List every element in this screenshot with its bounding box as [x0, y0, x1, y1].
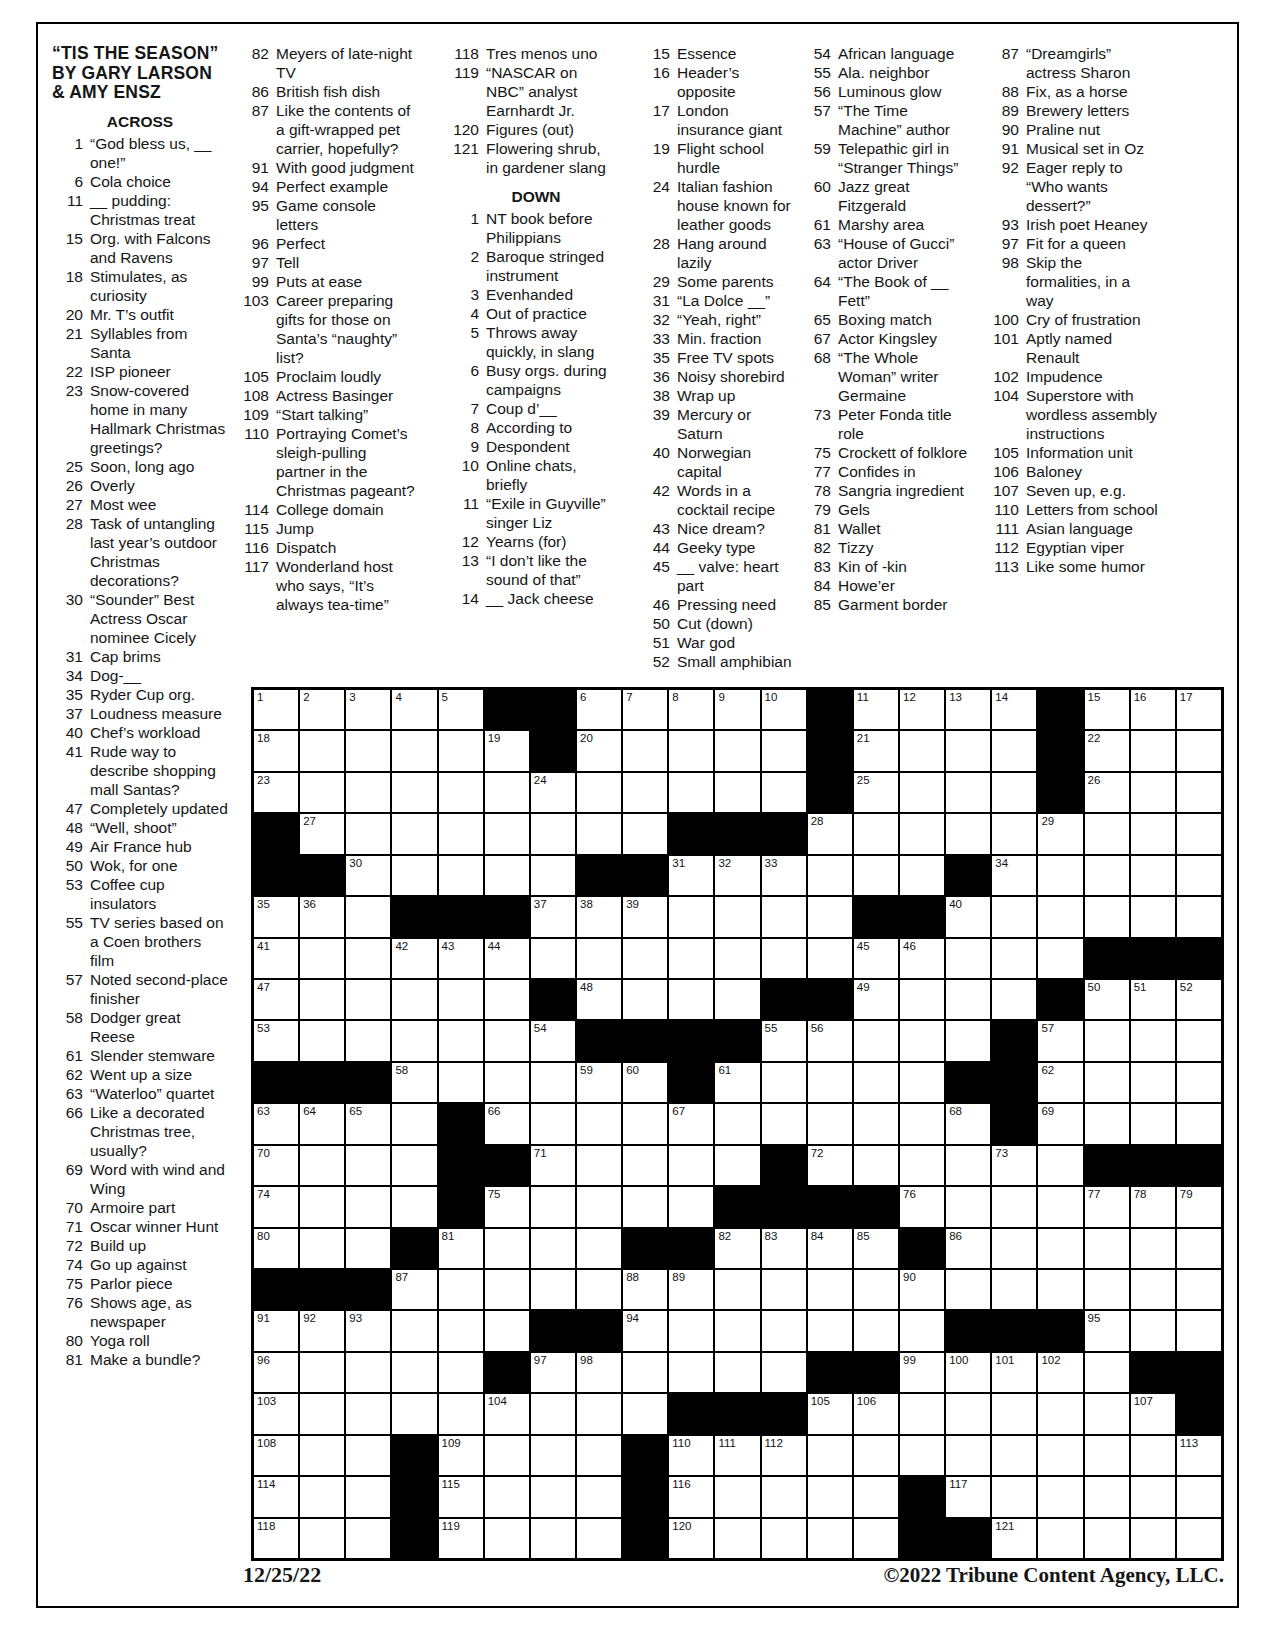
cell-r8c16[interactable]: [946, 980, 990, 1019]
cell-r2c21[interactable]: [1177, 731, 1221, 770]
cell-r21c12[interactable]: [762, 1519, 806, 1558]
cell-r19c2[interactable]: [300, 1436, 344, 1475]
cell-r18c3[interactable]: [346, 1394, 390, 1433]
cell-r19c3[interactable]: [346, 1436, 390, 1475]
cell-r4c15[interactable]: [900, 814, 944, 853]
cell-r12c9[interactable]: [623, 1146, 667, 1185]
cell-r10c21[interactable]: [1177, 1063, 1221, 1102]
cell-r11c18[interactable]: 69: [1038, 1104, 1082, 1143]
cell-r11c3[interactable]: 65: [346, 1104, 390, 1143]
cell-r19c21[interactable]: 113: [1177, 1436, 1221, 1475]
cell-r18c17[interactable]: [992, 1394, 1036, 1433]
cell-r3c14[interactable]: 25: [854, 773, 898, 812]
cell-r9c16[interactable]: [946, 1021, 990, 1060]
cell-r5c17[interactable]: 34: [992, 856, 1036, 895]
cell-r20c5[interactable]: 115: [439, 1477, 483, 1516]
cell-r3c10[interactable]: [669, 773, 713, 812]
cell-r6c19[interactable]: [1085, 897, 1129, 936]
cell-r10c11[interactable]: 61: [715, 1063, 759, 1102]
cell-r3c17[interactable]: [992, 773, 1036, 812]
cell-r14c8[interactable]: [577, 1229, 621, 1268]
cell-r6c13[interactable]: [808, 897, 852, 936]
cell-r17c16[interactable]: 100: [946, 1353, 990, 1392]
cell-r1c3[interactable]: 3: [346, 690, 390, 729]
cell-r11c4[interactable]: [392, 1104, 436, 1143]
cell-r20c21[interactable]: [1177, 1477, 1221, 1516]
cell-r15c12[interactable]: [762, 1270, 806, 1309]
cell-r14c11[interactable]: 82: [715, 1229, 759, 1268]
cell-r2c2[interactable]: [300, 731, 344, 770]
cell-r19c19[interactable]: [1085, 1436, 1129, 1475]
cell-r20c6[interactable]: [485, 1477, 529, 1516]
cell-r19c5[interactable]: 109: [439, 1436, 483, 1475]
cell-r12c10[interactable]: [669, 1146, 713, 1185]
cell-r10c14[interactable]: [854, 1063, 898, 1102]
cell-r16c14[interactable]: [854, 1311, 898, 1350]
cell-r14c5[interactable]: 81: [439, 1229, 483, 1268]
cell-r20c13[interactable]: [808, 1477, 852, 1516]
cell-r18c1[interactable]: 103: [254, 1394, 298, 1433]
cell-r18c7[interactable]: [531, 1394, 575, 1433]
cell-r5c19[interactable]: [1085, 856, 1129, 895]
cell-r6c8[interactable]: 38: [577, 897, 621, 936]
cell-r21c11[interactable]: [715, 1519, 759, 1558]
cell-r12c15[interactable]: [900, 1146, 944, 1185]
cell-r11c19[interactable]: [1085, 1104, 1129, 1143]
cell-r1c5[interactable]: 5: [439, 690, 483, 729]
cell-r19c13[interactable]: [808, 1436, 852, 1475]
cell-r8c14[interactable]: 49: [854, 980, 898, 1019]
cell-r6c16[interactable]: 40: [946, 897, 990, 936]
cell-r18c4[interactable]: [392, 1394, 436, 1433]
cell-r12c16[interactable]: [946, 1146, 990, 1185]
cell-r6c11[interactable]: [715, 897, 759, 936]
cell-r17c17[interactable]: 101: [992, 1353, 1036, 1392]
cell-r14c19[interactable]: [1085, 1229, 1129, 1268]
cell-r17c3[interactable]: [346, 1353, 390, 1392]
cell-r20c3[interactable]: [346, 1477, 390, 1516]
cell-r14c1[interactable]: 80: [254, 1229, 298, 1268]
cell-r4c2[interactable]: 27: [300, 814, 344, 853]
cell-r15c14[interactable]: [854, 1270, 898, 1309]
cell-r12c17[interactable]: 73: [992, 1146, 1036, 1185]
cell-r7c10[interactable]: [669, 939, 713, 978]
cell-r7c8[interactable]: [577, 939, 621, 978]
cell-r7c9[interactable]: [623, 939, 667, 978]
cell-r14c16[interactable]: 86: [946, 1229, 990, 1268]
cell-r10c20[interactable]: [1131, 1063, 1175, 1102]
cell-r3c12[interactable]: [762, 773, 806, 812]
cell-r6c10[interactable]: [669, 897, 713, 936]
cell-r9c21[interactable]: [1177, 1021, 1221, 1060]
cell-r17c5[interactable]: [439, 1353, 483, 1392]
cell-r15c15[interactable]: 90: [900, 1270, 944, 1309]
cell-r2c16[interactable]: [946, 731, 990, 770]
cell-r21c1[interactable]: 118: [254, 1519, 298, 1558]
cell-r2c11[interactable]: [715, 731, 759, 770]
cell-r17c1[interactable]: 96: [254, 1353, 298, 1392]
cell-r20c11[interactable]: [715, 1477, 759, 1516]
cell-r21c6[interactable]: [485, 1519, 529, 1558]
cell-r3c6[interactable]: [485, 773, 529, 812]
cell-r20c12[interactable]: [762, 1477, 806, 1516]
cell-r4c14[interactable]: [854, 814, 898, 853]
cell-r11c9[interactable]: [623, 1104, 667, 1143]
cell-r8c20[interactable]: 51: [1131, 980, 1175, 1019]
cell-r1c10[interactable]: 8: [669, 690, 713, 729]
cell-r20c1[interactable]: 114: [254, 1477, 298, 1516]
cell-r1c12[interactable]: 10: [762, 690, 806, 729]
cell-r21c18[interactable]: [1038, 1519, 1082, 1558]
cell-r11c11[interactable]: [715, 1104, 759, 1143]
cell-r9c4[interactable]: [392, 1021, 436, 1060]
cell-r18c15[interactable]: [900, 1394, 944, 1433]
cell-r4c8[interactable]: [577, 814, 621, 853]
cell-r2c20[interactable]: [1131, 731, 1175, 770]
cell-r3c11[interactable]: [715, 773, 759, 812]
cell-r8c2[interactable]: [300, 980, 344, 1019]
cell-r17c10[interactable]: [669, 1353, 713, 1392]
cell-r14c18[interactable]: [1038, 1229, 1082, 1268]
cell-r1c1[interactable]: 1: [254, 690, 298, 729]
cell-r9c14[interactable]: [854, 1021, 898, 1060]
cell-r13c17[interactable]: [992, 1187, 1036, 1226]
cell-r8c9[interactable]: [623, 980, 667, 1019]
cell-r19c7[interactable]: [531, 1436, 575, 1475]
cell-r17c2[interactable]: [300, 1353, 344, 1392]
cell-r1c19[interactable]: 15: [1085, 690, 1129, 729]
cell-r15c5[interactable]: [439, 1270, 483, 1309]
cell-r10c13[interactable]: [808, 1063, 852, 1102]
cell-r8c6[interactable]: [485, 980, 529, 1019]
cell-r9c7[interactable]: 54: [531, 1021, 575, 1060]
cell-r11c14[interactable]: [854, 1104, 898, 1143]
cell-r19c16[interactable]: [946, 1436, 990, 1475]
cell-r8c8[interactable]: 48: [577, 980, 621, 1019]
cell-r9c5[interactable]: [439, 1021, 483, 1060]
cell-r10c19[interactable]: [1085, 1063, 1129, 1102]
cell-r11c7[interactable]: [531, 1104, 575, 1143]
cell-r7c18[interactable]: [1038, 939, 1082, 978]
cell-r15c21[interactable]: [1177, 1270, 1221, 1309]
cell-r2c4[interactable]: [392, 731, 436, 770]
cell-r4c3[interactable]: [346, 814, 390, 853]
cell-r21c10[interactable]: 120: [669, 1519, 713, 1558]
cell-r6c9[interactable]: 39: [623, 897, 667, 936]
cell-r5c4[interactable]: [392, 856, 436, 895]
cell-r5c7[interactable]: [531, 856, 575, 895]
cell-r2c17[interactable]: [992, 731, 1036, 770]
cell-r2c12[interactable]: [762, 731, 806, 770]
cell-r14c17[interactable]: [992, 1229, 1036, 1268]
cell-r16c15[interactable]: [900, 1311, 944, 1350]
cell-r13c20[interactable]: 78: [1131, 1187, 1175, 1226]
cell-r17c8[interactable]: 98: [577, 1353, 621, 1392]
cell-r5c21[interactable]: [1177, 856, 1221, 895]
cell-r5c15[interactable]: [900, 856, 944, 895]
cell-r5c14[interactable]: [854, 856, 898, 895]
cell-r15c6[interactable]: [485, 1270, 529, 1309]
cell-r8c4[interactable]: [392, 980, 436, 1019]
cell-r12c4[interactable]: [392, 1146, 436, 1185]
cell-r18c20[interactable]: 107: [1131, 1394, 1175, 1433]
cell-r11c1[interactable]: 63: [254, 1104, 298, 1143]
cell-r15c19[interactable]: [1085, 1270, 1129, 1309]
cell-r13c1[interactable]: 74: [254, 1187, 298, 1226]
cell-r3c2[interactable]: [300, 773, 344, 812]
cell-r9c20[interactable]: [1131, 1021, 1175, 1060]
cell-r8c1[interactable]: 47: [254, 980, 298, 1019]
cell-r6c21[interactable]: [1177, 897, 1221, 936]
cell-r13c7[interactable]: [531, 1187, 575, 1226]
cell-r10c18[interactable]: 62: [1038, 1063, 1082, 1102]
cell-r20c14[interactable]: [854, 1477, 898, 1516]
cell-r19c15[interactable]: [900, 1436, 944, 1475]
cell-r11c8[interactable]: [577, 1104, 621, 1143]
cell-r1c8[interactable]: 6: [577, 690, 621, 729]
cell-r6c20[interactable]: [1131, 897, 1175, 936]
cell-r7c2[interactable]: [300, 939, 344, 978]
cell-r11c6[interactable]: 66: [485, 1104, 529, 1143]
cell-r7c14[interactable]: 45: [854, 939, 898, 978]
cell-r9c19[interactable]: [1085, 1021, 1129, 1060]
cell-r12c2[interactable]: [300, 1146, 344, 1185]
cell-r6c2[interactable]: 36: [300, 897, 344, 936]
cell-r5c3[interactable]: 30: [346, 856, 390, 895]
cell-r7c7[interactable]: [531, 939, 575, 978]
cell-r9c13[interactable]: 56: [808, 1021, 852, 1060]
cell-r18c6[interactable]: 104: [485, 1394, 529, 1433]
cell-r10c15[interactable]: [900, 1063, 944, 1102]
cell-r15c9[interactable]: 88: [623, 1270, 667, 1309]
cell-r4c18[interactable]: 29: [1038, 814, 1082, 853]
cell-r14c13[interactable]: 84: [808, 1229, 852, 1268]
cell-r13c3[interactable]: [346, 1187, 390, 1226]
cell-r4c7[interactable]: [531, 814, 575, 853]
cell-r4c21[interactable]: [1177, 814, 1221, 853]
cell-r10c4[interactable]: 58: [392, 1063, 436, 1102]
cell-r12c18[interactable]: [1038, 1146, 1082, 1185]
cell-r1c4[interactable]: 4: [392, 690, 436, 729]
cell-r12c13[interactable]: 72: [808, 1146, 852, 1185]
cell-r21c5[interactable]: 119: [439, 1519, 483, 1558]
cell-r19c10[interactable]: 110: [669, 1436, 713, 1475]
cell-r12c3[interactable]: [346, 1146, 390, 1185]
cell-r16c4[interactable]: [392, 1311, 436, 1350]
cell-r2c6[interactable]: 19: [485, 731, 529, 770]
cell-r18c18[interactable]: [1038, 1394, 1082, 1433]
cell-r14c7[interactable]: [531, 1229, 575, 1268]
cell-r13c8[interactable]: [577, 1187, 621, 1226]
cell-r13c6[interactable]: 75: [485, 1187, 529, 1226]
cell-r7c6[interactable]: 44: [485, 939, 529, 978]
cell-r16c2[interactable]: 92: [300, 1311, 344, 1350]
cell-r7c3[interactable]: [346, 939, 390, 978]
cell-r17c9[interactable]: [623, 1353, 667, 1392]
cell-r16c20[interactable]: [1131, 1311, 1175, 1350]
cell-r3c16[interactable]: [946, 773, 990, 812]
cell-r9c18[interactable]: 57: [1038, 1021, 1082, 1060]
cell-r9c12[interactable]: 55: [762, 1021, 806, 1060]
cell-r13c15[interactable]: 76: [900, 1187, 944, 1226]
cell-r20c16[interactable]: 117: [946, 1477, 990, 1516]
cell-r2c8[interactable]: 20: [577, 731, 621, 770]
cell-r7c4[interactable]: 42: [392, 939, 436, 978]
cell-r3c9[interactable]: [623, 773, 667, 812]
cell-r1c20[interactable]: 16: [1131, 690, 1175, 729]
cell-r9c3[interactable]: [346, 1021, 390, 1060]
cell-r21c2[interactable]: [300, 1519, 344, 1558]
cell-r4c17[interactable]: [992, 814, 1036, 853]
cell-r10c9[interactable]: 60: [623, 1063, 667, 1102]
cell-r11c12[interactable]: [762, 1104, 806, 1143]
cell-r15c16[interactable]: [946, 1270, 990, 1309]
cell-r19c17[interactable]: [992, 1436, 1036, 1475]
cell-r13c10[interactable]: [669, 1187, 713, 1226]
cell-r4c5[interactable]: [439, 814, 483, 853]
cell-r19c12[interactable]: 112: [762, 1436, 806, 1475]
cell-r10c5[interactable]: [439, 1063, 483, 1102]
cell-r13c18[interactable]: [1038, 1187, 1082, 1226]
cell-r3c7[interactable]: 24: [531, 773, 575, 812]
cell-r18c13[interactable]: 105: [808, 1394, 852, 1433]
cell-r17c12[interactable]: [762, 1353, 806, 1392]
cell-r2c9[interactable]: [623, 731, 667, 770]
cell-r4c4[interactable]: [392, 814, 436, 853]
cell-r15c11[interactable]: [715, 1270, 759, 1309]
cell-r19c1[interactable]: 108: [254, 1436, 298, 1475]
cell-r5c18[interactable]: [1038, 856, 1082, 895]
cell-r13c4[interactable]: [392, 1187, 436, 1226]
cell-r6c7[interactable]: 37: [531, 897, 575, 936]
cell-r2c15[interactable]: [900, 731, 944, 770]
cell-r13c9[interactable]: [623, 1187, 667, 1226]
cell-r20c19[interactable]: [1085, 1477, 1129, 1516]
cell-r17c19[interactable]: [1085, 1353, 1129, 1392]
cell-r11c21[interactable]: [1177, 1104, 1221, 1143]
cell-r11c13[interactable]: [808, 1104, 852, 1143]
cell-r3c5[interactable]: [439, 773, 483, 812]
cell-r4c19[interactable]: [1085, 814, 1129, 853]
cell-r7c1[interactable]: 41: [254, 939, 298, 978]
cell-r20c18[interactable]: [1038, 1477, 1082, 1516]
cell-r8c19[interactable]: 50: [1085, 980, 1129, 1019]
cell-r16c9[interactable]: 94: [623, 1311, 667, 1350]
cell-r14c21[interactable]: [1177, 1229, 1221, 1268]
cell-r14c6[interactable]: [485, 1229, 529, 1268]
cell-r6c1[interactable]: 35: [254, 897, 298, 936]
cell-r20c10[interactable]: 116: [669, 1477, 713, 1516]
cell-r20c17[interactable]: [992, 1477, 1036, 1516]
cell-r19c6[interactable]: [485, 1436, 529, 1475]
cell-r16c21[interactable]: [1177, 1311, 1221, 1350]
cell-r1c17[interactable]: 14: [992, 690, 1036, 729]
cell-r13c2[interactable]: [300, 1187, 344, 1226]
cell-r10c6[interactable]: [485, 1063, 529, 1102]
cell-r1c14[interactable]: 11: [854, 690, 898, 729]
cell-r3c15[interactable]: [900, 773, 944, 812]
cell-r17c18[interactable]: 102: [1038, 1353, 1082, 1392]
cell-r15c10[interactable]: 89: [669, 1270, 713, 1309]
cell-r6c18[interactable]: [1038, 897, 1082, 936]
cell-r4c9[interactable]: [623, 814, 667, 853]
cell-r18c8[interactable]: [577, 1394, 621, 1433]
cell-r7c16[interactable]: [946, 939, 990, 978]
cell-r16c12[interactable]: [762, 1311, 806, 1350]
cell-r15c17[interactable]: [992, 1270, 1036, 1309]
cell-r16c19[interactable]: 95: [1085, 1311, 1129, 1350]
cell-r16c3[interactable]: 93: [346, 1311, 390, 1350]
cell-r1c21[interactable]: 17: [1177, 690, 1221, 729]
cell-r8c21[interactable]: 52: [1177, 980, 1221, 1019]
cell-r17c11[interactable]: [715, 1353, 759, 1392]
cell-r14c2[interactable]: [300, 1229, 344, 1268]
cell-r12c7[interactable]: 71: [531, 1146, 575, 1185]
cell-r10c8[interactable]: 59: [577, 1063, 621, 1102]
cell-r19c18[interactable]: [1038, 1436, 1082, 1475]
cell-r2c1[interactable]: 18: [254, 731, 298, 770]
cell-r1c16[interactable]: 13: [946, 690, 990, 729]
cell-r19c8[interactable]: [577, 1436, 621, 1475]
cell-r17c4[interactable]: [392, 1353, 436, 1392]
cell-r9c6[interactable]: [485, 1021, 529, 1060]
cell-r6c3[interactable]: [346, 897, 390, 936]
cell-r16c11[interactable]: [715, 1311, 759, 1350]
cell-r5c13[interactable]: [808, 856, 852, 895]
cell-r8c17[interactable]: [992, 980, 1036, 1019]
cell-r11c15[interactable]: [900, 1104, 944, 1143]
cell-r4c16[interactable]: [946, 814, 990, 853]
cell-r14c12[interactable]: 83: [762, 1229, 806, 1268]
cell-r3c4[interactable]: [392, 773, 436, 812]
cell-r2c19[interactable]: 22: [1085, 731, 1129, 770]
cell-r2c14[interactable]: 21: [854, 731, 898, 770]
cell-r3c8[interactable]: [577, 773, 621, 812]
cell-r11c20[interactable]: [1131, 1104, 1175, 1143]
cell-r16c5[interactable]: [439, 1311, 483, 1350]
cell-r15c7[interactable]: [531, 1270, 575, 1309]
cell-r10c12[interactable]: [762, 1063, 806, 1102]
cell-r1c15[interactable]: 12: [900, 690, 944, 729]
cell-r12c14[interactable]: [854, 1146, 898, 1185]
cell-r8c10[interactable]: [669, 980, 713, 1019]
cell-r7c12[interactable]: [762, 939, 806, 978]
cell-r15c20[interactable]: [1131, 1270, 1175, 1309]
cell-r21c21[interactable]: [1177, 1519, 1221, 1558]
cell-r7c5[interactable]: 43: [439, 939, 483, 978]
cell-r13c16[interactable]: [946, 1187, 990, 1226]
cell-r20c7[interactable]: [531, 1477, 575, 1516]
cell-r18c19[interactable]: [1085, 1394, 1129, 1433]
cell-r3c1[interactable]: 23: [254, 773, 298, 812]
cell-r15c18[interactable]: [1038, 1270, 1082, 1309]
cell-r2c3[interactable]: [346, 731, 390, 770]
cell-r20c8[interactable]: [577, 1477, 621, 1516]
cell-r19c11[interactable]: 111: [715, 1436, 759, 1475]
cell-r5c11[interactable]: 32: [715, 856, 759, 895]
cell-r6c17[interactable]: [992, 897, 1036, 936]
cell-r9c1[interactable]: 53: [254, 1021, 298, 1060]
cell-r18c9[interactable]: [623, 1394, 667, 1433]
cell-r21c8[interactable]: [577, 1519, 621, 1558]
cell-r20c20[interactable]: [1131, 1477, 1175, 1516]
cell-r1c9[interactable]: 7: [623, 690, 667, 729]
cell-r6c12[interactable]: [762, 897, 806, 936]
cell-r15c8[interactable]: [577, 1270, 621, 1309]
cell-r2c10[interactable]: [669, 731, 713, 770]
cell-r16c6[interactable]: [485, 1311, 529, 1350]
cell-r9c2[interactable]: [300, 1021, 344, 1060]
